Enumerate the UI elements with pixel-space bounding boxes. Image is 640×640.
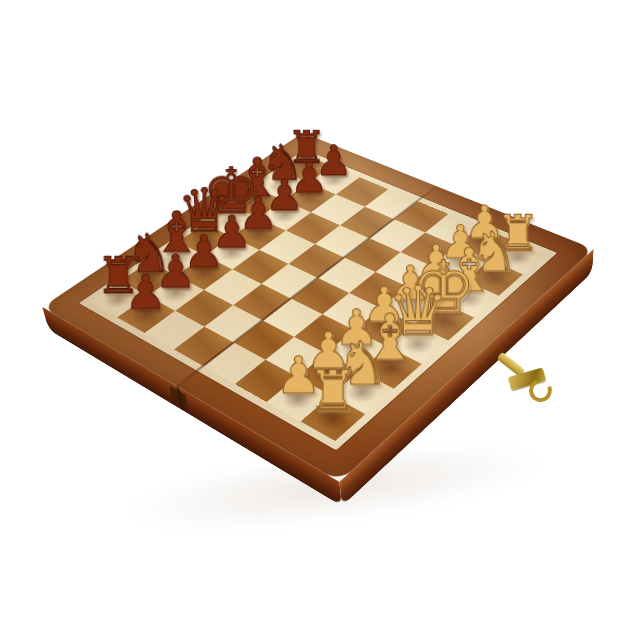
brass-clasp-icon <box>494 352 558 406</box>
piece-shadow <box>449 286 490 312</box>
piece-shadow <box>397 330 439 358</box>
piece-shadow <box>423 308 465 335</box>
piece-shadow <box>441 251 480 275</box>
piece-shadow <box>498 245 537 269</box>
square-h1[interactable]: ♜ <box>489 240 546 274</box>
piece-shadow <box>369 353 412 382</box>
piece-shadow <box>307 360 350 389</box>
piece-shadow <box>335 336 377 364</box>
square-g2[interactable]: ♟ <box>432 246 489 281</box>
product-photo: ♜♞♝♛♚♝♞♜♟♟♟♟♟♟♟♟♟♟♟♟♟♟♟♟♜♞♝♛♚♝♞♜ <box>0 0 640 640</box>
piece-shadow <box>340 377 384 407</box>
piece-shadow <box>310 402 355 433</box>
piece-shadow <box>474 265 514 290</box>
piece-shadow <box>363 314 405 341</box>
